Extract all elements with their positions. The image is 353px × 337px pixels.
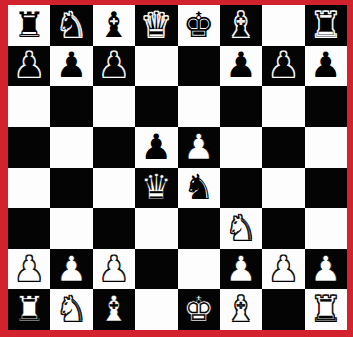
piece-white-pawn: ♟ bbox=[268, 252, 299, 287]
piece-black-knight: ♞ bbox=[183, 170, 214, 205]
square-h2[interactable]: ♟ bbox=[305, 249, 347, 290]
square-b5[interactable] bbox=[50, 127, 92, 168]
square-d4[interactable]: ♛ bbox=[135, 168, 177, 209]
square-e4[interactable]: ♞ bbox=[178, 168, 220, 209]
square-b7[interactable]: ♟ bbox=[50, 46, 92, 87]
square-h8[interactable]: ♜ bbox=[305, 5, 347, 46]
square-g1[interactable] bbox=[262, 289, 304, 330]
square-g7[interactable]: ♟ bbox=[262, 46, 304, 87]
square-b1[interactable]: ♞ bbox=[50, 289, 92, 330]
square-b8[interactable]: ♞ bbox=[50, 5, 92, 46]
piece-white-rook: ♜ bbox=[13, 292, 44, 327]
piece-white-knight: ♞ bbox=[225, 211, 256, 246]
square-f3[interactable]: ♞ bbox=[220, 208, 262, 249]
board-frame: ♜♞♝♛♚♝♜♟♟♟♟♟♟♟♟♛♞♞♟♟♟♟♟♟♜♞♝♚♝♜ bbox=[0, 0, 353, 337]
piece-black-pawn: ♟ bbox=[56, 48, 87, 83]
square-g8[interactable] bbox=[262, 5, 304, 46]
piece-white-pawn: ♟ bbox=[13, 252, 44, 287]
square-e7[interactable] bbox=[178, 46, 220, 87]
piece-white-pawn: ♟ bbox=[56, 252, 87, 287]
square-c2[interactable]: ♟ bbox=[93, 249, 135, 290]
piece-white-pawn: ♟ bbox=[98, 252, 129, 287]
piece-black-rook: ♜ bbox=[13, 8, 44, 43]
square-b3[interactable] bbox=[50, 208, 92, 249]
piece-white-knight: ♞ bbox=[56, 292, 87, 327]
square-f4[interactable] bbox=[220, 168, 262, 209]
piece-white-bishop: ♝ bbox=[98, 292, 129, 327]
piece-white-pawn: ♟ bbox=[225, 252, 256, 287]
piece-black-pawn: ♟ bbox=[98, 48, 129, 83]
square-a2[interactable]: ♟ bbox=[8, 249, 50, 290]
piece-black-king: ♚ bbox=[183, 8, 214, 43]
piece-black-knight: ♞ bbox=[56, 8, 87, 43]
square-a3[interactable] bbox=[8, 208, 50, 249]
square-h1[interactable]: ♜ bbox=[305, 289, 347, 330]
square-h7[interactable]: ♟ bbox=[305, 46, 347, 87]
square-b6[interactable] bbox=[50, 86, 92, 127]
square-c7[interactable]: ♟ bbox=[93, 46, 135, 87]
piece-black-pawn: ♟ bbox=[310, 48, 341, 83]
square-d6[interactable] bbox=[135, 86, 177, 127]
square-a8[interactable]: ♜ bbox=[8, 5, 50, 46]
piece-black-bishop: ♝ bbox=[225, 8, 256, 43]
square-d7[interactable] bbox=[135, 46, 177, 87]
square-a1[interactable]: ♜ bbox=[8, 289, 50, 330]
square-d2[interactable] bbox=[135, 249, 177, 290]
square-f5[interactable] bbox=[220, 127, 262, 168]
square-a7[interactable]: ♟ bbox=[8, 46, 50, 87]
square-g5[interactable] bbox=[262, 127, 304, 168]
square-b2[interactable]: ♟ bbox=[50, 249, 92, 290]
chess-board: ♜♞♝♛♚♝♜♟♟♟♟♟♟♟♟♛♞♞♟♟♟♟♟♟♜♞♝♚♝♜ bbox=[8, 5, 347, 330]
piece-white-bishop: ♝ bbox=[225, 292, 256, 327]
square-f2[interactable]: ♟ bbox=[220, 249, 262, 290]
piece-white-pawn: ♟ bbox=[183, 130, 214, 165]
piece-white-king: ♚ bbox=[183, 292, 214, 327]
square-e8[interactable]: ♚ bbox=[178, 5, 220, 46]
square-e5[interactable]: ♟ bbox=[178, 127, 220, 168]
square-a4[interactable] bbox=[8, 168, 50, 209]
piece-black-pawn: ♟ bbox=[141, 130, 172, 165]
piece-white-pawn: ♟ bbox=[310, 252, 341, 287]
square-d3[interactable] bbox=[135, 208, 177, 249]
square-d5[interactable]: ♟ bbox=[135, 127, 177, 168]
square-c3[interactable] bbox=[93, 208, 135, 249]
square-e3[interactable] bbox=[178, 208, 220, 249]
square-c6[interactable] bbox=[93, 86, 135, 127]
piece-black-bishop: ♝ bbox=[98, 8, 129, 43]
square-a6[interactable] bbox=[8, 86, 50, 127]
square-g6[interactable] bbox=[262, 86, 304, 127]
square-h5[interactable] bbox=[305, 127, 347, 168]
square-d8[interactable]: ♛ bbox=[135, 5, 177, 46]
square-d1[interactable] bbox=[135, 289, 177, 330]
square-f1[interactable]: ♝ bbox=[220, 289, 262, 330]
square-e6[interactable] bbox=[178, 86, 220, 127]
square-e2[interactable] bbox=[178, 249, 220, 290]
piece-white-rook: ♜ bbox=[310, 292, 341, 327]
piece-black-pawn: ♟ bbox=[13, 48, 44, 83]
piece-black-rook: ♜ bbox=[310, 8, 341, 43]
square-c1[interactable]: ♝ bbox=[93, 289, 135, 330]
square-c8[interactable]: ♝ bbox=[93, 5, 135, 46]
square-g3[interactable] bbox=[262, 208, 304, 249]
square-f6[interactable] bbox=[220, 86, 262, 127]
square-e1[interactable]: ♚ bbox=[178, 289, 220, 330]
piece-white-queen: ♛ bbox=[141, 170, 172, 205]
piece-black-queen: ♛ bbox=[141, 8, 172, 43]
piece-black-pawn: ♟ bbox=[225, 48, 256, 83]
piece-black-pawn: ♟ bbox=[268, 48, 299, 83]
square-h3[interactable] bbox=[305, 208, 347, 249]
square-c5[interactable] bbox=[93, 127, 135, 168]
square-g4[interactable] bbox=[262, 168, 304, 209]
square-a5[interactable] bbox=[8, 127, 50, 168]
square-h6[interactable] bbox=[305, 86, 347, 127]
square-h4[interactable] bbox=[305, 168, 347, 209]
square-c4[interactable] bbox=[93, 168, 135, 209]
square-g2[interactable]: ♟ bbox=[262, 249, 304, 290]
square-b4[interactable] bbox=[50, 168, 92, 209]
square-f7[interactable]: ♟ bbox=[220, 46, 262, 87]
square-f8[interactable]: ♝ bbox=[220, 5, 262, 46]
